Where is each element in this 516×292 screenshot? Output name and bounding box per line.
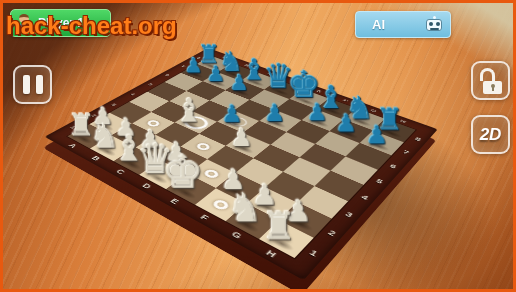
pause-button[interactable] xyxy=(13,65,52,104)
black-pawn-c7[interactable]: ♟ xyxy=(214,72,264,94)
unlock-icon xyxy=(480,68,502,94)
white-bishop-c4[interactable]: ♝ xyxy=(162,94,216,126)
ai-badge[interactable]: AI xyxy=(355,11,451,38)
view-2d-label: 2D xyxy=(480,125,502,145)
white-pawn-e4[interactable]: ♟ xyxy=(213,125,270,150)
ai-label: AI xyxy=(372,17,425,32)
pause-icon xyxy=(20,75,46,94)
camera-lock-button[interactable] xyxy=(471,61,510,100)
black-pawn-h7[interactable]: ♟ xyxy=(348,123,405,148)
game-screen: ♜♞♝♛♚♝♞♜♟♟♟♟♟♟♟♟♝♟♟♟♟♟♟♟♟♜♞♝♛♚♞♜ ABCDEFG… xyxy=(0,0,516,292)
chess-board-area: ♜♞♝♛♚♝♞♜♟♟♟♟♟♟♟♟♝♟♟♟♟♟♟♟♟♜♞♝♛♚♞♜ ABCDEFG… xyxy=(103,0,383,273)
white-rook-h1[interactable]: ♜ xyxy=(244,207,314,245)
board-squares: ♜♞♝♛♚♝♞♜♟♟♟♟♟♟♟♟♝♟♟♟♟♟♟♟♟♜♞♝♛♚♞♜ xyxy=(67,56,415,258)
view-2d-button[interactable]: 2D xyxy=(471,115,510,154)
robot-icon xyxy=(425,16,444,34)
chess-board[interactable]: ♜♞♝♛♚♝♞♜♟♟♟♟♟♟♟♟♝♟♟♟♟♟♟♟♟♜♞♝♛♚♞♜ ABCDEFG… xyxy=(45,48,438,280)
watermark-text: hack-cheat.org xyxy=(6,12,177,40)
white-king-e1[interactable]: ♚ xyxy=(151,149,214,195)
